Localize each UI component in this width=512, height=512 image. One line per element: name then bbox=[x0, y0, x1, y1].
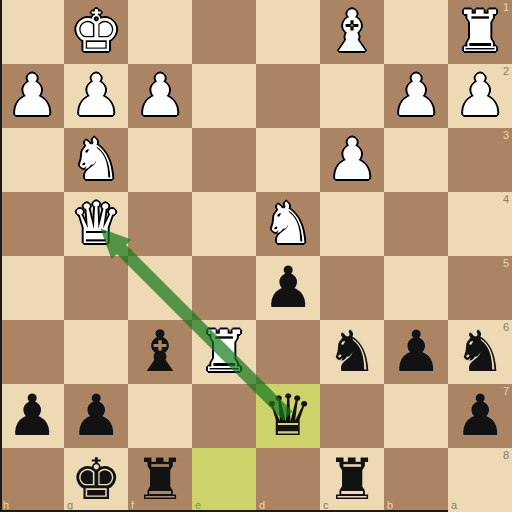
black-pawn[interactable]: ♟ bbox=[384, 320, 448, 384]
square-e1[interactable] bbox=[192, 0, 256, 64]
square-f3[interactable] bbox=[128, 128, 192, 192]
square-f7[interactable] bbox=[128, 384, 192, 448]
square-b2[interactable]: ♟ bbox=[384, 64, 448, 128]
black-rook[interactable]: ♜ bbox=[320, 448, 384, 512]
black-king[interactable]: ♚ bbox=[64, 448, 128, 512]
square-e4[interactable] bbox=[192, 192, 256, 256]
square-d4[interactable]: ♞ bbox=[256, 192, 320, 256]
square-h6[interactable] bbox=[0, 320, 64, 384]
square-c8[interactable]: ♜c bbox=[320, 448, 384, 512]
square-g7[interactable]: ♟ bbox=[64, 384, 128, 448]
square-d6[interactable] bbox=[256, 320, 320, 384]
square-b7[interactable] bbox=[384, 384, 448, 448]
file-label-a: a bbox=[451, 499, 457, 511]
white-pawn[interactable]: ♟ bbox=[384, 64, 448, 128]
square-f2[interactable]: ♟ bbox=[128, 64, 192, 128]
square-e2[interactable] bbox=[192, 64, 256, 128]
square-g8[interactable]: ♚g bbox=[64, 448, 128, 512]
square-g4[interactable]: ♛ bbox=[64, 192, 128, 256]
white-pawn[interactable]: ♟ bbox=[64, 64, 128, 128]
white-king[interactable]: ♚ bbox=[64, 0, 128, 64]
square-e8[interactable]: e bbox=[192, 448, 256, 512]
square-g5[interactable] bbox=[64, 256, 128, 320]
black-bishop[interactable]: ♝ bbox=[128, 320, 192, 384]
square-c5[interactable] bbox=[320, 256, 384, 320]
square-h7[interactable]: ♟ bbox=[0, 384, 64, 448]
rank-label-2: 2 bbox=[503, 65, 509, 77]
square-a8[interactable]: 8a bbox=[448, 448, 512, 512]
white-queen[interactable]: ♛ bbox=[64, 192, 128, 256]
black-pawn[interactable]: ♟ bbox=[256, 256, 320, 320]
chess-board: ♚♝♜1♟♟♟♟♟2♞♟3♛♞4♟5♝♜♞♟♞6♟♟♛♟7h♚g♜fed♜cb8… bbox=[0, 0, 512, 512]
square-b5[interactable] bbox=[384, 256, 448, 320]
square-h5[interactable] bbox=[0, 256, 64, 320]
square-f1[interactable] bbox=[128, 0, 192, 64]
square-g6[interactable] bbox=[64, 320, 128, 384]
rank-label-1: 1 bbox=[503, 1, 509, 13]
square-b3[interactable] bbox=[384, 128, 448, 192]
square-b1[interactable] bbox=[384, 0, 448, 64]
square-d2[interactable] bbox=[256, 64, 320, 128]
square-d5[interactable]: ♟ bbox=[256, 256, 320, 320]
square-e3[interactable] bbox=[192, 128, 256, 192]
rank-label-5: 5 bbox=[503, 257, 509, 269]
white-rook[interactable]: ♜ bbox=[192, 320, 256, 384]
rank-label-4: 4 bbox=[503, 193, 509, 205]
square-a2[interactable]: ♟2 bbox=[448, 64, 512, 128]
square-h4[interactable] bbox=[0, 192, 64, 256]
square-c2[interactable] bbox=[320, 64, 384, 128]
chess-board-stage: ♚♝♜1♟♟♟♟♟2♞♟3♛♞4♟5♝♜♞♟♞6♟♟♛♟7h♚g♜fed♜cb8… bbox=[0, 0, 512, 512]
square-c7[interactable] bbox=[320, 384, 384, 448]
white-pawn[interactable]: ♟ bbox=[128, 64, 192, 128]
rank-label-8: 8 bbox=[503, 449, 509, 461]
square-d7[interactable]: ♛ bbox=[256, 384, 320, 448]
square-b4[interactable] bbox=[384, 192, 448, 256]
white-knight[interactable]: ♞ bbox=[64, 128, 128, 192]
white-pawn[interactable]: ♟ bbox=[0, 64, 64, 128]
square-d1[interactable] bbox=[256, 0, 320, 64]
black-knight[interactable]: ♞ bbox=[320, 320, 384, 384]
black-pawn[interactable]: ♟ bbox=[64, 384, 128, 448]
square-a3[interactable]: 3 bbox=[448, 128, 512, 192]
square-f6[interactable]: ♝ bbox=[128, 320, 192, 384]
square-e5[interactable] bbox=[192, 256, 256, 320]
rank-label-7: 7 bbox=[503, 385, 509, 397]
square-a5[interactable]: 5 bbox=[448, 256, 512, 320]
black-pawn[interactable]: ♟ bbox=[0, 384, 64, 448]
square-b8[interactable]: b bbox=[384, 448, 448, 512]
square-h1[interactable] bbox=[0, 0, 64, 64]
square-c6[interactable]: ♞ bbox=[320, 320, 384, 384]
square-f5[interactable] bbox=[128, 256, 192, 320]
square-e7[interactable] bbox=[192, 384, 256, 448]
square-g3[interactable]: ♞ bbox=[64, 128, 128, 192]
square-g1[interactable]: ♚ bbox=[64, 0, 128, 64]
square-f8[interactable]: ♜f bbox=[128, 448, 192, 512]
white-knight[interactable]: ♞ bbox=[256, 192, 320, 256]
square-c3[interactable]: ♟ bbox=[320, 128, 384, 192]
board-left-border bbox=[0, 0, 2, 512]
black-rook[interactable]: ♜ bbox=[128, 448, 192, 512]
rank-label-6: 6 bbox=[503, 321, 509, 333]
square-a7[interactable]: ♟7 bbox=[448, 384, 512, 448]
square-f4[interactable] bbox=[128, 192, 192, 256]
square-c4[interactable] bbox=[320, 192, 384, 256]
square-g2[interactable]: ♟ bbox=[64, 64, 128, 128]
white-pawn[interactable]: ♟ bbox=[320, 128, 384, 192]
white-bishop[interactable]: ♝ bbox=[320, 0, 384, 64]
rank-label-3: 3 bbox=[503, 129, 509, 141]
square-h8[interactable]: h bbox=[0, 448, 64, 512]
square-d8[interactable]: d bbox=[256, 448, 320, 512]
square-a4[interactable]: 4 bbox=[448, 192, 512, 256]
square-a1[interactable]: ♜1 bbox=[448, 0, 512, 64]
square-h3[interactable] bbox=[0, 128, 64, 192]
square-a6[interactable]: ♞6 bbox=[448, 320, 512, 384]
square-c1[interactable]: ♝ bbox=[320, 0, 384, 64]
square-d3[interactable] bbox=[256, 128, 320, 192]
square-h2[interactable]: ♟ bbox=[0, 64, 64, 128]
black-queen[interactable]: ♛ bbox=[256, 384, 320, 448]
square-b6[interactable]: ♟ bbox=[384, 320, 448, 384]
square-e6[interactable]: ♜ bbox=[192, 320, 256, 384]
